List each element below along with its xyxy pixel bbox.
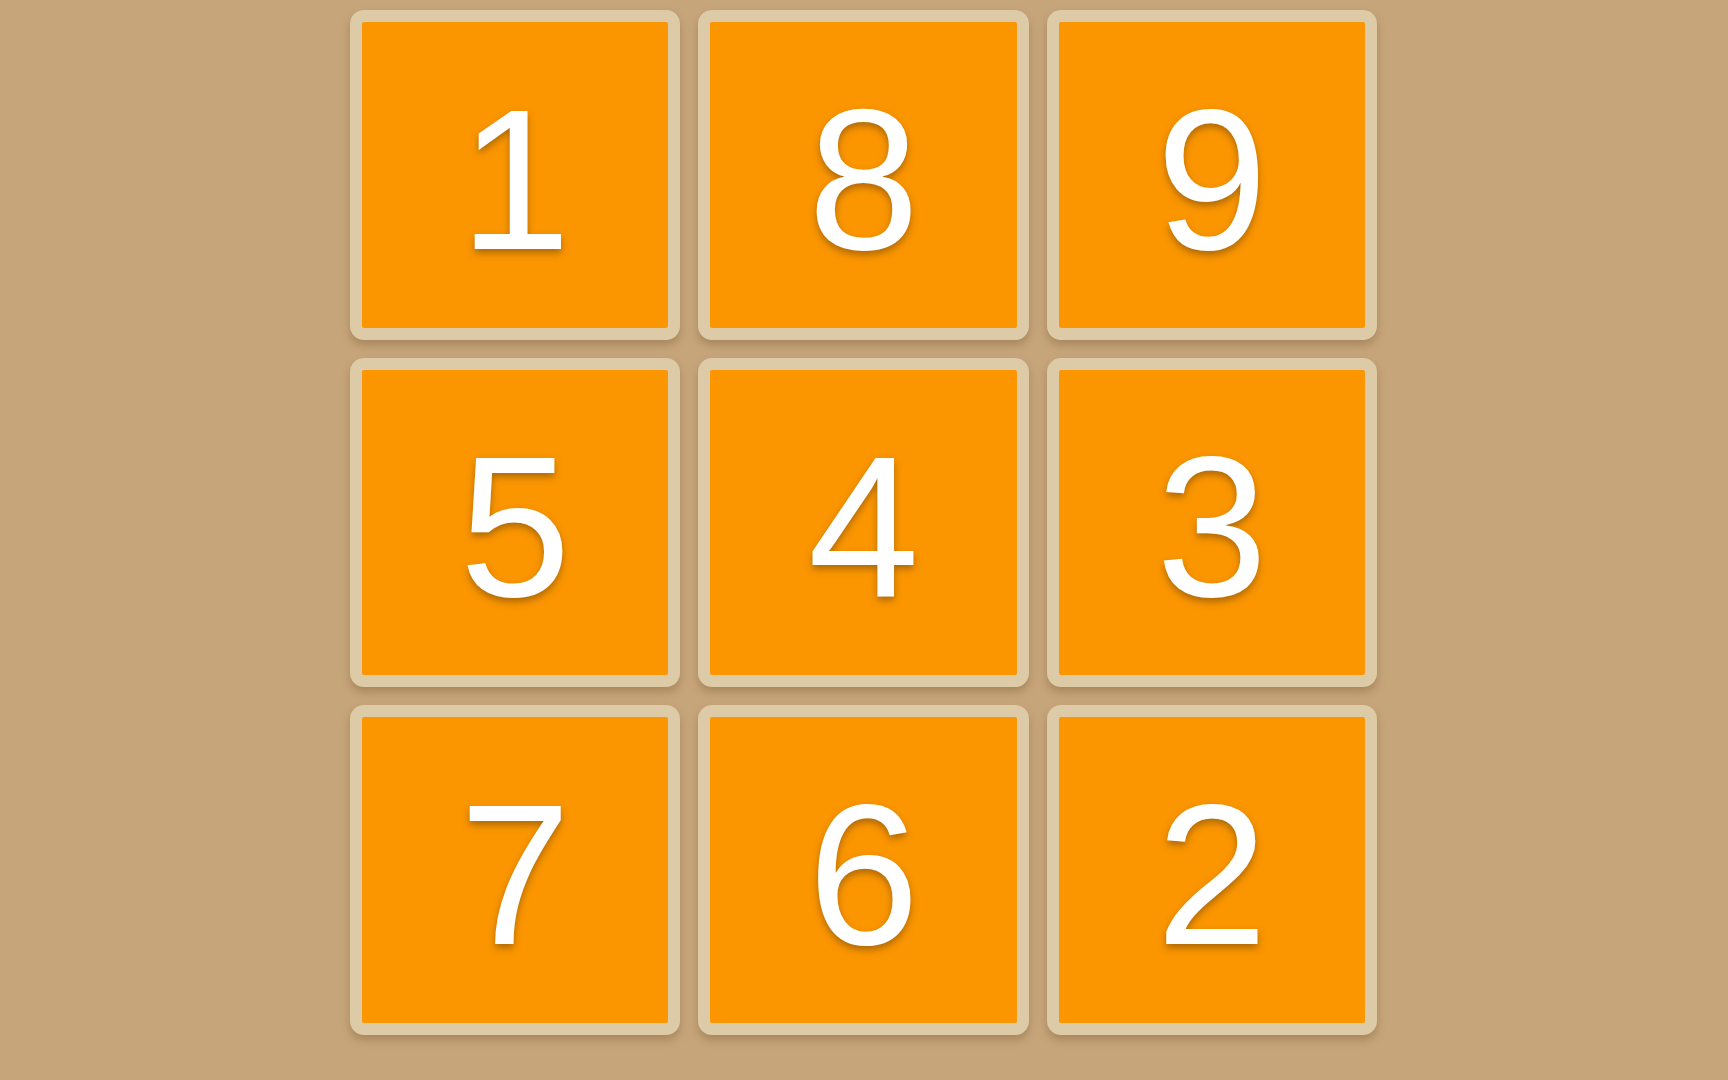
tile-r1c2[interactable]: 8 [698, 10, 1028, 340]
tile-r2c2[interactable]: 4 [698, 358, 1028, 688]
tile-r3c2[interactable]: 6 [698, 705, 1028, 1035]
tile-r3c1[interactable]: 7 [350, 705, 680, 1035]
puzzle-board: 1 8 9 5 4 3 7 6 2 [350, 10, 1377, 1035]
tile-r1c3[interactable]: 9 [1047, 10, 1377, 340]
tile-r3c3[interactable]: 2 [1047, 705, 1377, 1035]
tile-r1c1[interactable]: 1 [350, 10, 680, 340]
tile-r2c3[interactable]: 3 [1047, 358, 1377, 688]
tile-r2c1[interactable]: 5 [350, 358, 680, 688]
